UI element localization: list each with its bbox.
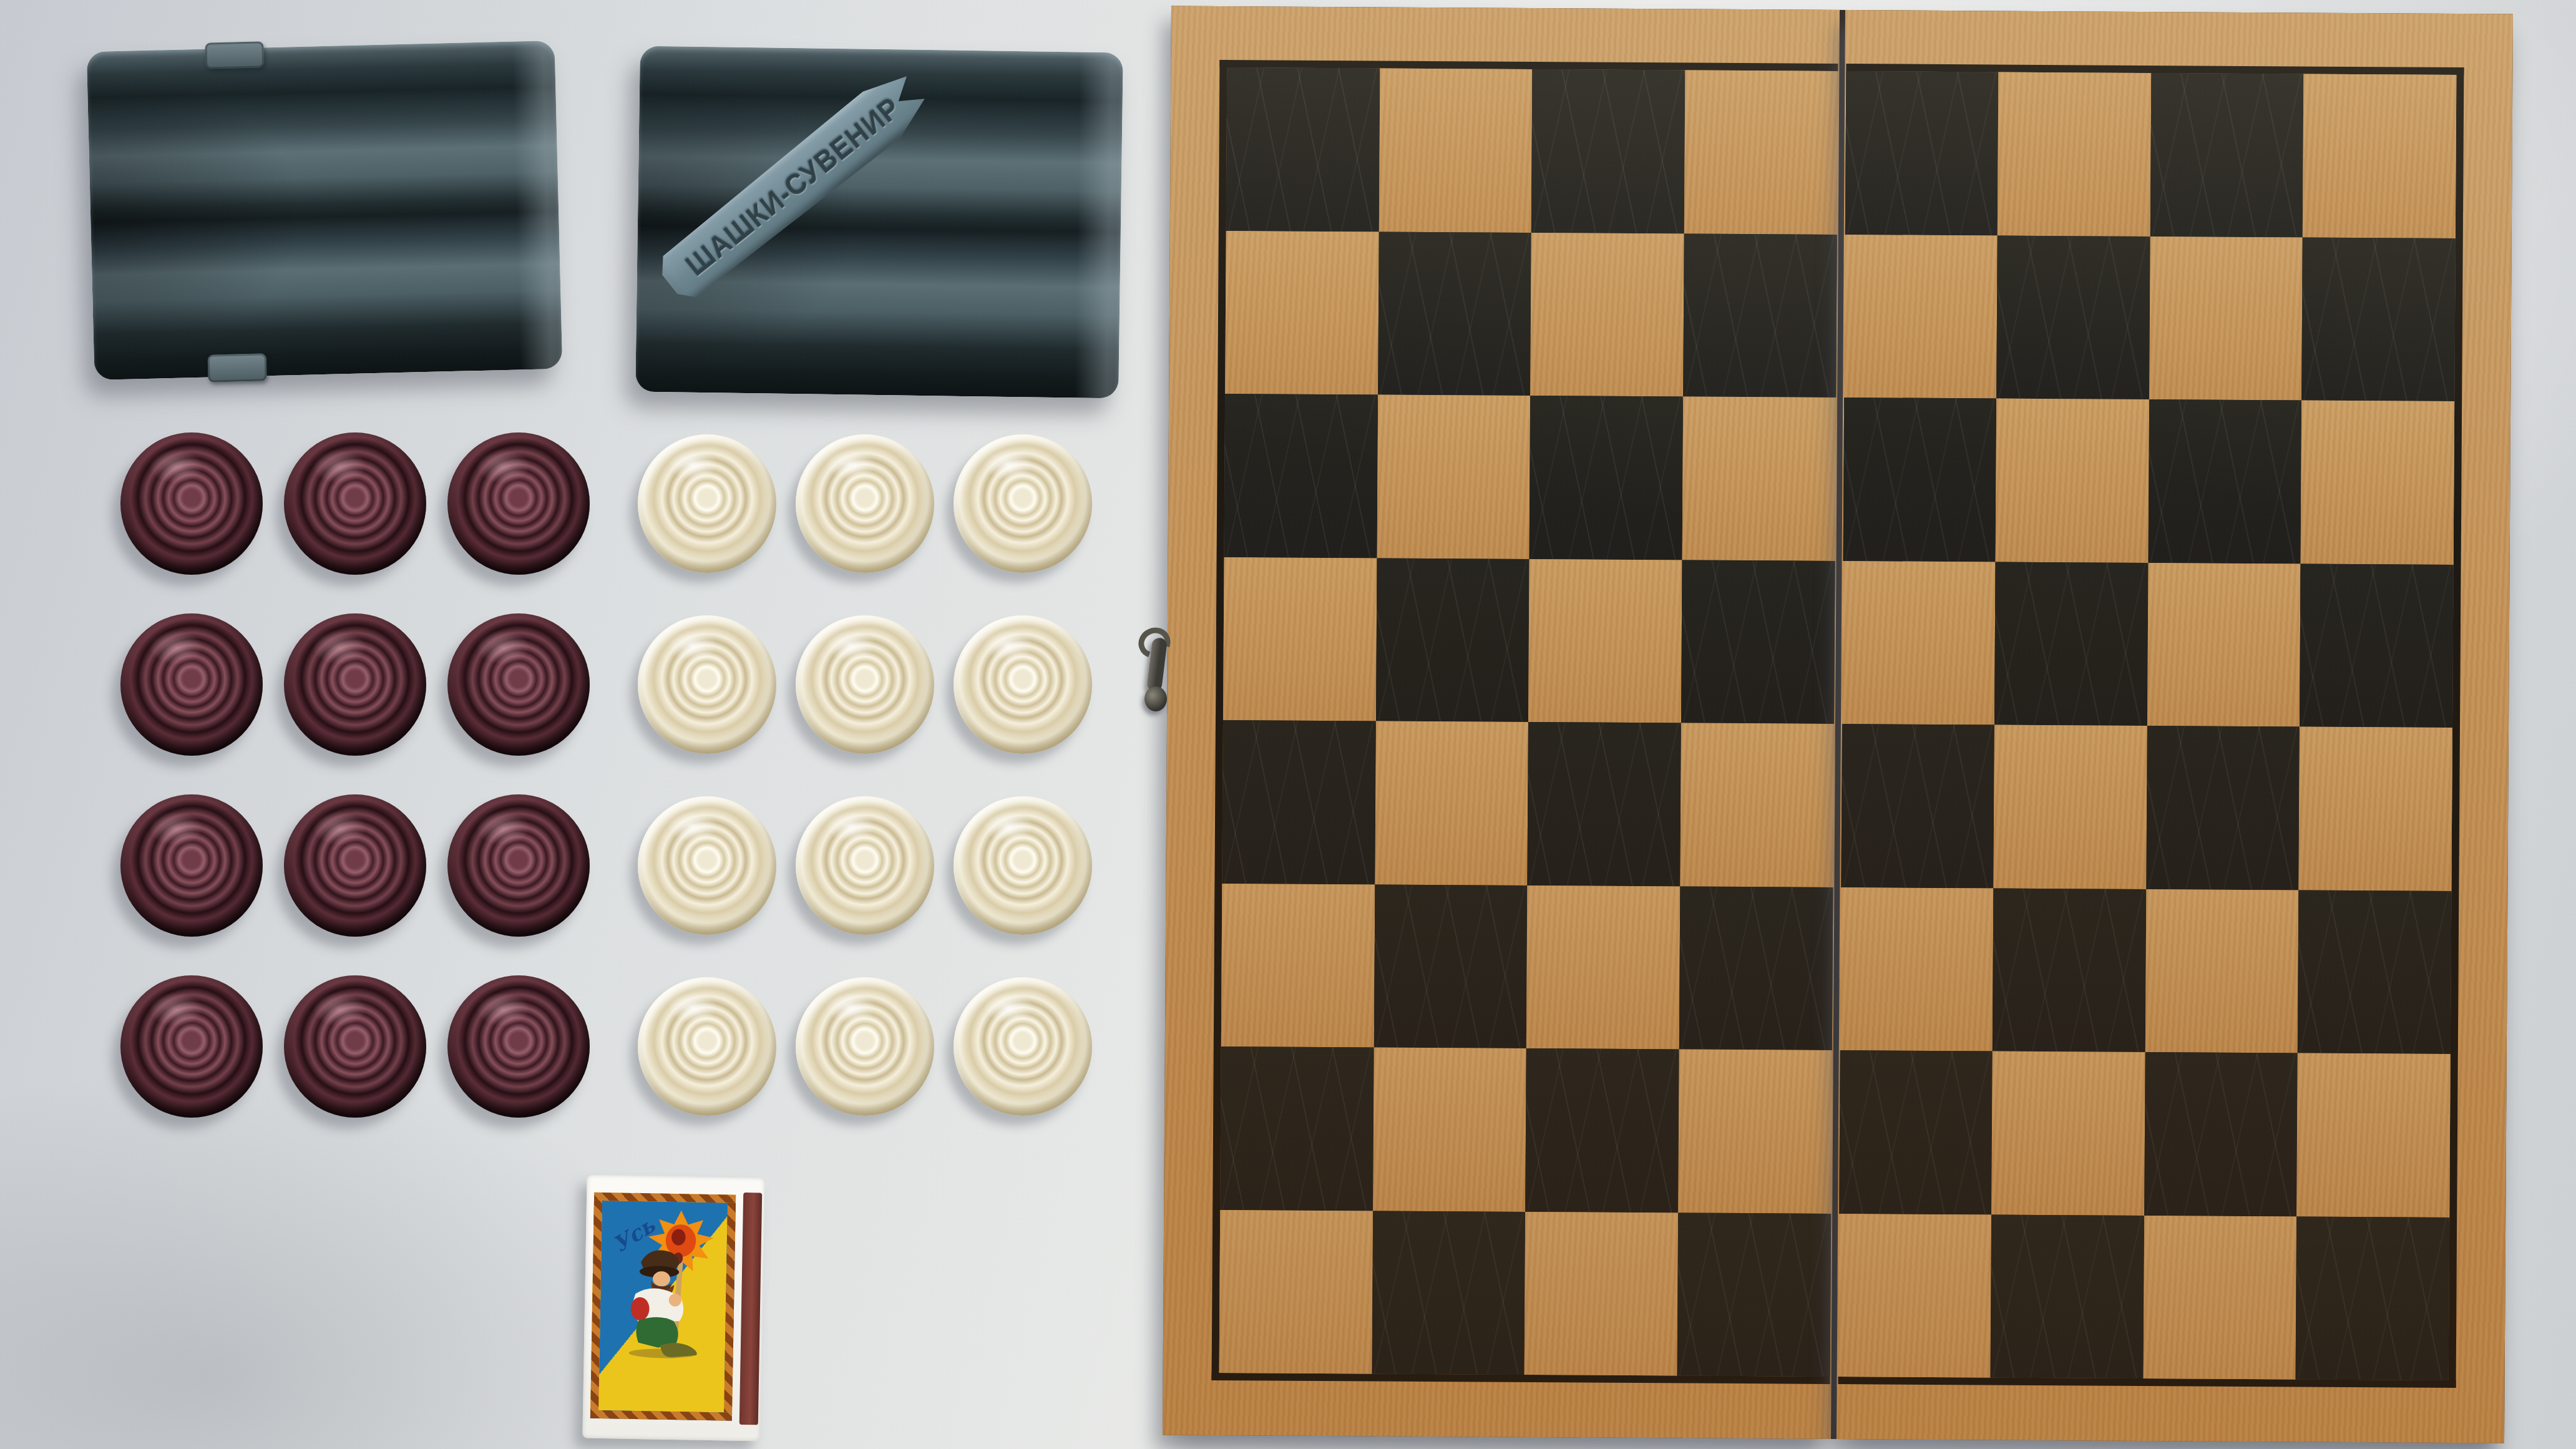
square-a6[interactable] [1224,394,1378,558]
square-d3[interactable] [1679,886,1833,1050]
square-a3[interactable] [1221,883,1375,1047]
square-b6[interactable] [1377,394,1530,559]
checker-piece-light-9[interactable] [954,796,1092,935]
square-c3[interactable] [1526,885,1680,1049]
square-f3[interactable] [1993,888,2146,1052]
square-e8[interactable] [1845,71,1998,235]
square-a2[interactable] [1220,1046,1373,1211]
square-g5[interactable] [2147,563,2301,727]
square-c2[interactable] [1525,1048,1679,1212]
checker-piece-dark-4[interactable] [120,613,263,756]
square-b5[interactable] [1376,558,1529,722]
square-e6[interactable] [1843,398,1996,562]
checker-piece-light-10[interactable] [638,977,776,1116]
square-f6[interactable] [1996,399,2149,563]
square-g6[interactable] [2148,399,2301,563]
checker-piece-dark-3[interactable] [447,432,590,575]
square-b2[interactable] [1373,1047,1526,1211]
checker-piece-dark-5[interactable] [284,613,426,756]
square-f5[interactable] [1994,562,2148,726]
square-a8[interactable] [1226,67,1380,232]
square-c5[interactable] [1528,559,1682,723]
square-e2[interactable] [1839,1050,1993,1214]
matchbox-label: Усь [590,1193,736,1421]
square-h1[interactable] [2296,1216,2449,1380]
square-h4[interactable] [2299,727,2452,891]
square-f4[interactable] [1994,725,2147,889]
square-f2[interactable] [1991,1051,2145,1216]
dark-pieces-tray [110,413,600,1137]
square-d1[interactable] [1677,1212,1830,1377]
board-left-playfield [1212,60,1838,1384]
square-g7[interactable] [2149,237,2303,401]
checker-piece-light-5[interactable] [796,615,934,754]
square-f8[interactable] [1998,72,2151,237]
checker-piece-dark-8[interactable] [284,794,426,937]
square-d8[interactable] [1684,70,1838,234]
checker-piece-light-12[interactable] [954,977,1092,1116]
square-h7[interactable] [2302,237,2456,401]
square-f7[interactable] [1996,235,2150,399]
square-a1[interactable] [1219,1209,1373,1373]
ribbon-label: ШАШКИ-СУВЕНИР [679,90,907,282]
case-clasp-tab-icon [205,41,264,69]
piece-case-plain[interactable] [87,41,563,380]
square-c4[interactable] [1528,722,1681,886]
square-c6[interactable] [1529,396,1683,560]
square-c8[interactable] [1531,69,1685,233]
square-a5[interactable] [1223,557,1377,721]
checker-piece-dark-12[interactable] [447,975,590,1118]
square-a7[interactable] [1225,230,1378,394]
checker-piece-light-3[interactable] [954,434,1092,573]
square-h8[interactable] [2303,74,2456,238]
square-g8[interactable] [2150,73,2304,237]
square-d7[interactable] [1683,233,1837,398]
square-g3[interactable] [2145,889,2299,1053]
square-e3[interactable] [1840,887,1993,1051]
photo-stage: ШАШКИ-СУВЕНИР Усь [0,0,2576,1449]
checker-piece-light-6[interactable] [954,615,1092,754]
square-b1[interactable] [1372,1211,1525,1375]
case-clasp-tab-icon [208,353,267,382]
light-pieces-tray [628,413,1101,1137]
checkers-board [1163,6,2513,1443]
souvenir-ribbon: ШАШКИ-СУВЕНИР [651,64,934,308]
square-d2[interactable] [1678,1049,1832,1213]
square-g4[interactable] [2146,726,2300,890]
square-h3[interactable] [2298,890,2451,1054]
square-b3[interactable] [1373,884,1527,1048]
cossack-with-match-illustration [603,1206,724,1365]
square-d5[interactable] [1681,560,1835,724]
checker-piece-light-7[interactable] [638,796,776,935]
square-g2[interactable] [2144,1052,2298,1216]
square-g1[interactable] [2143,1216,2296,1380]
square-h2[interactable] [2297,1053,2451,1217]
square-h6[interactable] [2301,401,2454,565]
checker-piece-light-1[interactable] [638,434,776,573]
checker-piece-dark-11[interactable] [284,975,426,1118]
checker-piece-light-4[interactable] [638,615,776,754]
checker-piece-light-2[interactable] [796,434,934,573]
checker-piece-dark-1[interactable] [120,432,263,575]
board-left-half[interactable] [1163,6,1839,1438]
square-e1[interactable] [1838,1214,1991,1378]
checker-piece-dark-6[interactable] [447,613,590,756]
board-clasp-hook-icon[interactable] [1137,629,1172,714]
matchbox[interactable]: Усь [582,1175,764,1442]
board-right-half[interactable] [1837,10,2513,1443]
square-c7[interactable] [1530,232,1684,396]
checker-piece-dark-7[interactable] [120,794,263,937]
piece-case-labeled[interactable]: ШАШКИ-СУВЕНИР [635,46,1123,399]
square-c1[interactable] [1525,1211,1678,1375]
square-d4[interactable] [1680,723,1833,887]
board-right-playfield [1838,64,2464,1388]
checker-piece-dark-2[interactable] [284,432,426,575]
square-e7[interactable] [1844,235,1998,399]
clasp-knob [1144,686,1167,711]
checker-piece-dark-9[interactable] [447,794,590,937]
square-d6[interactable] [1682,396,1835,560]
square-b8[interactable] [1378,68,1532,232]
square-a4[interactable] [1222,720,1375,884]
square-f1[interactable] [1991,1214,2144,1378]
square-b7[interactable] [1378,232,1531,396]
checker-piece-light-11[interactable] [796,977,934,1116]
checker-piece-dark-10[interactable] [120,975,263,1118]
square-e5[interactable] [1842,561,1996,725]
square-b4[interactable] [1375,721,1528,885]
square-e4[interactable] [1841,724,1994,888]
boot [660,1343,697,1358]
matchbox-striker-edge [739,1193,762,1425]
square-h5[interactable] [2300,563,2453,728]
checker-piece-light-8[interactable] [796,796,934,935]
